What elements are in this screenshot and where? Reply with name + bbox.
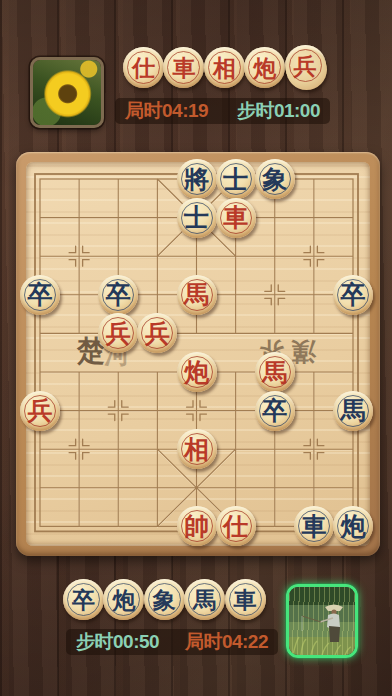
piece-black-advisor[interactable]: 士	[216, 159, 256, 199]
captured-piece-stack	[286, 49, 327, 90]
captured-piece-cannon: 炮	[103, 579, 144, 620]
captured-piece-soldier: 卒	[63, 579, 104, 620]
piece-black-soldier[interactable]: 卒	[255, 391, 295, 431]
piece-black-soldier[interactable]: 卒	[333, 275, 373, 315]
piece-red-king[interactable]: 帥	[177, 506, 217, 546]
player-move-time: 步时00:50	[76, 629, 159, 655]
piece-red-cannon[interactable]: 炮	[177, 352, 217, 392]
piece-red-horse[interactable]: 馬	[255, 352, 295, 392]
piece-red-advisor[interactable]: 仕	[216, 506, 256, 546]
piece-red-chariot[interactable]: 車	[216, 198, 256, 238]
captured-piece-chariot: 車	[225, 579, 266, 620]
opponent-game-time: 局时04:19	[125, 98, 208, 124]
piece-red-elephant[interactable]: 相	[177, 429, 217, 469]
player-avatar[interactable]	[286, 584, 358, 658]
player-avatar-photo	[289, 587, 355, 655]
opponent-avatar[interactable]	[30, 57, 104, 128]
piece-red-horse[interactable]: 馬	[177, 275, 217, 315]
piece-black-elephant[interactable]: 象	[255, 159, 295, 199]
game-screen: 仕車相炮兵 局时04:19 步时01:00 楚河漢界 將士象士車卒卒馬卒兵兵炮馬…	[0, 0, 392, 696]
player-game-time: 局时04:22	[185, 629, 268, 655]
opponent-captured-tray: 仕車相炮兵	[123, 47, 337, 93]
opponent-timer-bar: 局时04:19 步时01:00	[115, 98, 330, 124]
captured-piece-horse: 馬	[184, 579, 225, 620]
captured-piece-soldier: 兵	[285, 45, 326, 86]
piece-black-soldier[interactable]: 卒	[98, 275, 138, 315]
piece-red-soldier[interactable]: 兵	[20, 391, 60, 431]
player-timer-bar: 步时00:50 局时04:22	[66, 629, 278, 655]
piece-black-king[interactable]: 將	[177, 159, 217, 199]
piece-black-chariot[interactable]: 車	[294, 506, 334, 546]
opponent-move-time: 步时01:00	[237, 98, 320, 124]
player-captured-tray: 卒炮象馬車	[63, 579, 277, 625]
captured-piece-chariot: 車	[163, 47, 204, 88]
fisherman-figure	[289, 587, 355, 655]
piece-black-advisor[interactable]: 士	[177, 198, 217, 238]
captured-piece-elephant: 相	[204, 47, 245, 88]
captured-piece-elephant: 象	[144, 579, 185, 620]
piece-black-horse[interactable]: 馬	[333, 391, 373, 431]
opponent-avatar-photo	[33, 60, 101, 125]
captured-piece-advisor: 仕	[123, 47, 164, 88]
piece-black-soldier[interactable]: 卒	[20, 275, 60, 315]
captured-piece-cannon: 炮	[244, 47, 285, 88]
